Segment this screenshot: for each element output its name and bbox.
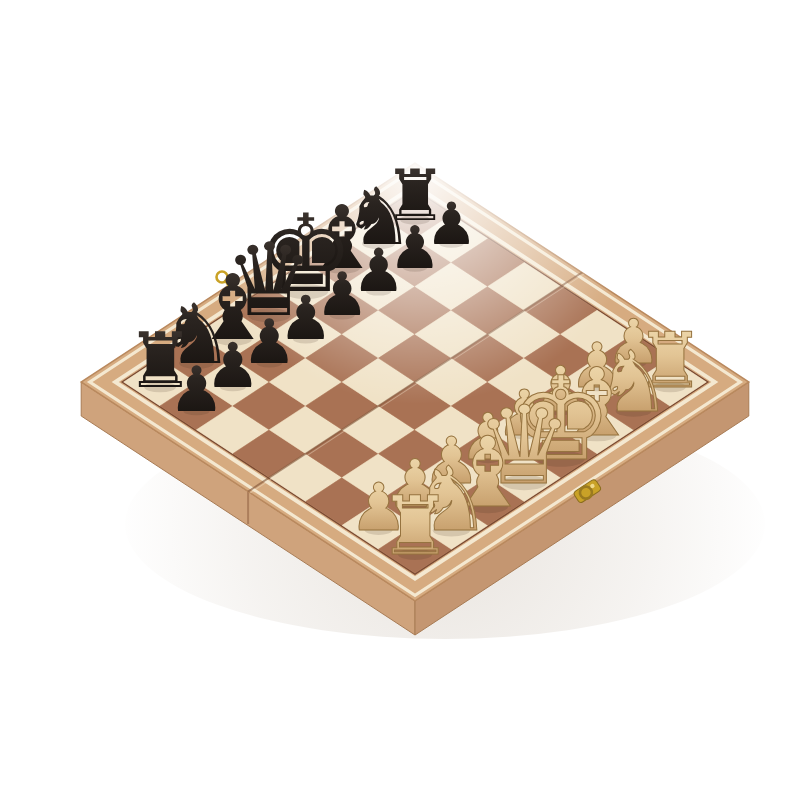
product-photo: ♜♞♟♝♟♚♟♛♟♝♟♞♟♟♜♟♟♜♟♟♞♟♝♟♚♟♛♟♝♟♞♜	[0, 0, 800, 800]
piece-white-rook-a1: ♜	[379, 479, 452, 573]
chess-set-photo: ♜♞♟♝♟♚♟♛♟♝♟♞♟♟♜♟♟♜♟♟♞♟♝♟♚♟♛♟♝♟♞♜	[0, 0, 800, 800]
piece-black-pawn-a7: ♟	[168, 353, 224, 426]
